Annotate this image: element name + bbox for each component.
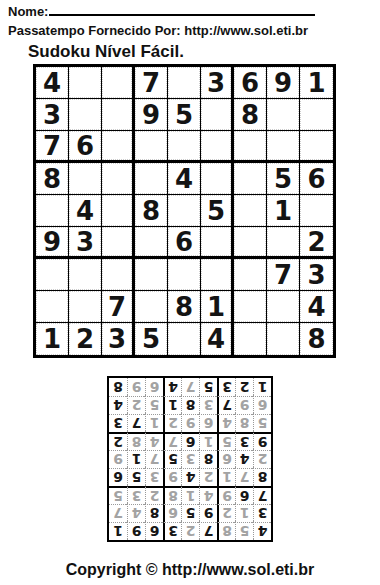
cell-r8c5: 8 <box>168 291 201 323</box>
solution-cell-r8c3: 7 <box>217 396 235 414</box>
solution-cell-r1c7: 6 <box>145 522 163 540</box>
cell-r4c3[interactable] <box>102 163 135 195</box>
solution-cell-r6c7: 4 <box>145 432 163 450</box>
solution-cell-r1c9: 1 <box>109 522 127 540</box>
cell-r3c7[interactable] <box>234 131 267 163</box>
cell-r9c6: 4 <box>201 323 234 355</box>
solution-cell-r1c4: 7 <box>199 522 217 540</box>
solution-cell-r3c9: 5 <box>109 486 127 504</box>
solution-cell-r5c4: 8 <box>199 450 217 468</box>
cell-r9c7[interactable] <box>234 323 267 355</box>
solution-cell-r5c8: 1 <box>127 450 145 468</box>
cell-r6c5: 6 <box>168 227 201 259</box>
cell-r2c3[interactable] <box>102 99 135 131</box>
cell-r9c8[interactable] <box>267 323 300 355</box>
cell-r3c8[interactable] <box>267 131 300 163</box>
solution-cell-r9c7: 6 <box>145 378 163 396</box>
cell-r8c8[interactable] <box>267 291 300 323</box>
cell-r8c3: 7 <box>102 291 135 323</box>
cell-r3c1: 7 <box>36 131 69 163</box>
solution-cell-r4c8: 5 <box>127 468 145 486</box>
solution-cell-r6c9: 2 <box>109 432 127 450</box>
cell-r3c5[interactable] <box>168 131 201 163</box>
cell-r9c1: 1 <box>36 323 69 355</box>
solution-cell-r7c2: 8 <box>235 414 253 432</box>
solution-cell-r4c4: 2 <box>199 468 217 486</box>
cell-r9c5[interactable] <box>168 323 201 355</box>
solution-cell-r9c9: 8 <box>109 378 127 396</box>
solution-cell-r4c7: 3 <box>145 468 163 486</box>
solution-cell-r4c6: 9 <box>163 468 181 486</box>
cell-r6c2: 3 <box>69 227 102 259</box>
cell-r5c1[interactable] <box>36 195 69 227</box>
solution-cell-r2c5: 5 <box>181 504 199 522</box>
solution-cell-r9c1: 1 <box>253 378 271 396</box>
cell-r1c2[interactable] <box>69 67 102 99</box>
cell-r4c1: 8 <box>36 163 69 195</box>
solution-cell-r3c1: 7 <box>253 486 271 504</box>
solution-cell-r3c7: 2 <box>145 486 163 504</box>
solution-cell-r5c2: 4 <box>235 450 253 468</box>
name-blank-line <box>49 5 315 16</box>
cell-r1c9: 1 <box>300 67 333 99</box>
cell-r1c7: 6 <box>234 67 267 99</box>
solution-cell-r8c4: 3 <box>199 396 217 414</box>
solution-cell-r2c6: 6 <box>163 504 181 522</box>
cell-r5c9[interactable] <box>300 195 333 227</box>
solution-cell-r1c1: 4 <box>253 522 271 540</box>
cell-r2c6[interactable] <box>201 99 234 131</box>
cell-r6c1: 9 <box>36 227 69 259</box>
solution-cell-r7c9: 3 <box>109 414 127 432</box>
cell-r8c4[interactable] <box>135 291 168 323</box>
cell-r4c7[interactable] <box>234 163 267 195</box>
cell-r1c1: 4 <box>36 67 69 99</box>
solution-cell-r6c8: 8 <box>127 432 145 450</box>
solution-cell-r8c1: 6 <box>253 396 271 414</box>
cell-r7c9: 3 <box>300 259 333 291</box>
cell-r1c5[interactable] <box>168 67 201 99</box>
solution-cell-r2c9: 7 <box>109 504 127 522</box>
solution-cell-r1c2: 5 <box>235 522 253 540</box>
solution-cell-r1c5: 2 <box>181 522 199 540</box>
cell-r7c6[interactable] <box>201 259 234 291</box>
solution-cell-r5c9: 9 <box>109 450 127 468</box>
name-label: Nome: <box>8 4 48 19</box>
provider-line: Passatempo Fornecido Por: http://www.sol… <box>8 23 308 38</box>
solution-cell-r4c5: 4 <box>181 468 199 486</box>
solution-cell-r4c1: 8 <box>253 468 271 486</box>
solution-cell-r7c7: 1 <box>145 414 163 432</box>
solution-cell-r3c5: 1 <box>181 486 199 504</box>
cell-r5c3[interactable] <box>102 195 135 227</box>
page-title: Sudoku Nível Fácil. <box>28 42 184 62</box>
cell-r8c1[interactable] <box>36 291 69 323</box>
solution-cell-r8c2: 9 <box>235 396 253 414</box>
solution-cell-r7c4: 6 <box>199 414 217 432</box>
solution-cell-r3c4: 4 <box>199 486 217 504</box>
cell-r9c3: 3 <box>102 323 135 355</box>
solution-cell-r5c7: 7 <box>145 450 163 468</box>
cell-r3c9[interactable] <box>300 131 333 163</box>
cell-r5c7[interactable] <box>234 195 267 227</box>
solution-cell-r2c8: 4 <box>127 504 145 522</box>
cell-r7c7[interactable] <box>234 259 267 291</box>
solution-cell-r3c6: 8 <box>163 486 181 504</box>
solution-cell-r6c1: 9 <box>253 432 271 450</box>
solution-cell-r5c1: 2 <box>253 450 271 468</box>
solution-cell-r3c2: 6 <box>235 486 253 504</box>
solution-cell-r2c3: 2 <box>217 504 235 522</box>
solution-cell-r8c7: 5 <box>145 396 163 414</box>
cell-r8c9: 4 <box>300 291 333 323</box>
solution-cell-r9c6: 4 <box>163 378 181 396</box>
solution-cell-r1c3: 8 <box>217 522 235 540</box>
cell-r4c8: 5 <box>267 163 300 195</box>
solution-cell-r3c3: 9 <box>217 486 235 504</box>
solution-cell-r8c5: 8 <box>181 396 199 414</box>
cell-r8c7[interactable] <box>234 291 267 323</box>
cell-r3c6[interactable] <box>201 131 234 163</box>
cell-r6c9: 2 <box>300 227 333 259</box>
solution-cell-r9c8: 9 <box>127 378 145 396</box>
cell-r8c2[interactable] <box>69 291 102 323</box>
cell-r4c4[interactable] <box>135 163 168 195</box>
cell-r3c4[interactable] <box>135 131 168 163</box>
cell-r2c4: 9 <box>135 99 168 131</box>
solution-cell-r2c4: 9 <box>199 504 217 522</box>
solution-cell-r6c5: 6 <box>181 432 199 450</box>
cell-r7c3[interactable] <box>102 259 135 291</box>
cell-r2c9[interactable] <box>300 99 333 131</box>
cell-r2c5: 5 <box>168 99 201 131</box>
solution-cell-r9c4: 5 <box>199 378 217 396</box>
cell-r1c8: 9 <box>267 67 300 99</box>
cell-r6c6[interactable] <box>201 227 234 259</box>
cell-r5c6: 5 <box>201 195 234 227</box>
cell-r2c2[interactable] <box>69 99 102 131</box>
solution-cell-r8c9: 4 <box>109 396 127 414</box>
solution-cell-r9c5: 7 <box>181 378 199 396</box>
solution-cell-r6c3: 5 <box>217 432 235 450</box>
solution-cell-r5c3: 6 <box>217 450 235 468</box>
solution-cell-r1c6: 3 <box>163 522 181 540</box>
cell-r2c7: 8 <box>234 99 267 131</box>
solution-grid-rotated: 4587236913129568477694182358712493562468… <box>107 376 273 542</box>
cell-r7c2[interactable] <box>69 259 102 291</box>
solution-cell-r6c4: 1 <box>199 432 217 450</box>
cell-r3c3[interactable] <box>102 131 135 163</box>
copyright-text: Copyright © http://www.sol.eti.br <box>0 561 380 579</box>
cell-r3c2: 6 <box>69 131 102 163</box>
solution-cell-r3c8: 3 <box>127 486 145 504</box>
solution-cell-r7c1: 5 <box>253 414 271 432</box>
cell-r5c4: 8 <box>135 195 168 227</box>
cell-r7c4[interactable] <box>135 259 168 291</box>
cell-r4c2[interactable] <box>69 163 102 195</box>
cell-r6c3[interactable] <box>102 227 135 259</box>
cell-r9c2: 2 <box>69 323 102 355</box>
cell-r5c8: 1 <box>267 195 300 227</box>
solution-cell-r2c7: 8 <box>145 504 163 522</box>
cell-r6c4[interactable] <box>135 227 168 259</box>
cell-r4c5: 4 <box>168 163 201 195</box>
solution-cell-r4c3: 1 <box>217 468 235 486</box>
cell-r2c8[interactable] <box>267 99 300 131</box>
solution-cell-r8c8: 2 <box>127 396 145 414</box>
solution-cell-r6c6: 7 <box>163 432 181 450</box>
cell-r9c4: 5 <box>135 323 168 355</box>
solution-cell-r7c6: 2 <box>163 414 181 432</box>
cell-r9c9: 8 <box>300 323 333 355</box>
cell-r7c8: 7 <box>267 259 300 291</box>
solution-cell-r1c8: 9 <box>127 522 145 540</box>
solution-cell-r6c2: 3 <box>235 432 253 450</box>
solution-cell-r7c5: 9 <box>181 414 199 432</box>
cell-r6c7[interactable] <box>234 227 267 259</box>
cell-r7c1[interactable] <box>36 259 69 291</box>
name-field-row: Nome: <box>8 4 315 19</box>
cell-r1c4: 7 <box>135 67 168 99</box>
solution-cell-r5c6: 5 <box>163 450 181 468</box>
cell-r1c6: 3 <box>201 67 234 99</box>
solution-cell-r5c5: 3 <box>181 450 199 468</box>
sudoku-grid: 473691395876845648519362737814123548 <box>33 64 336 358</box>
cell-r2c1: 3 <box>36 99 69 131</box>
solution-cell-r2c1: 3 <box>253 504 271 522</box>
cell-r7c5[interactable] <box>168 259 201 291</box>
cell-r4c9: 6 <box>300 163 333 195</box>
cell-r5c5[interactable] <box>168 195 201 227</box>
cell-r5c2: 4 <box>69 195 102 227</box>
solution-cell-r7c8: 7 <box>127 414 145 432</box>
solution-cell-r8c6: 1 <box>163 396 181 414</box>
solution-cell-r2c2: 1 <box>235 504 253 522</box>
solution-cell-r7c3: 4 <box>217 414 235 432</box>
cell-r4c6[interactable] <box>201 163 234 195</box>
cell-r6c8[interactable] <box>267 227 300 259</box>
cell-r8c6: 1 <box>201 291 234 323</box>
solution-cell-r4c2: 7 <box>235 468 253 486</box>
cell-r1c3[interactable] <box>102 67 135 99</box>
solution-cell-r9c3: 3 <box>217 378 235 396</box>
solution-cell-r4c9: 6 <box>109 468 127 486</box>
solution-cell-r9c2: 2 <box>235 378 253 396</box>
